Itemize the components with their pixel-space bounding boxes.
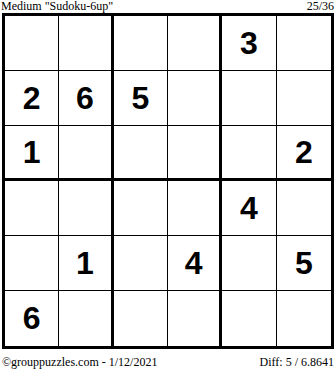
cell-r1c4-empty[interactable] bbox=[168, 16, 222, 71]
cell-r4c4-empty[interactable] bbox=[168, 181, 222, 236]
cell-r2c5-empty[interactable] bbox=[222, 71, 276, 126]
cell-r6c5-empty[interactable] bbox=[222, 291, 276, 346]
header: Medium "Sudoku-6up" 25/36 bbox=[1, 0, 334, 13]
cell-r4c5-given: 4 bbox=[222, 181, 276, 236]
cell-r3c5-empty[interactable] bbox=[222, 126, 276, 181]
copyright-text: ©grouppuzzles.com - 1/12/2021 bbox=[2, 355, 157, 369]
difficulty-text: Diff: 5 / 6.8641 bbox=[260, 355, 334, 369]
cell-r5c6-given: 5 bbox=[277, 236, 331, 291]
cell-r1c6-empty[interactable] bbox=[277, 16, 331, 71]
cell-r4c2-empty[interactable] bbox=[59, 181, 113, 236]
cell-r1c2-empty[interactable] bbox=[59, 16, 113, 71]
sudoku-grid: 32651241456 bbox=[2, 13, 334, 349]
cell-r2c1-given: 2 bbox=[5, 71, 59, 126]
empty-cells-counter: 25/36 bbox=[307, 0, 334, 13]
puzzle-page: Medium "Sudoku-6up" 25/36 32651241456 ©g… bbox=[0, 0, 336, 370]
cell-r4c1-empty[interactable] bbox=[5, 181, 59, 236]
cell-r5c1-empty[interactable] bbox=[5, 236, 59, 291]
cell-r1c3-empty[interactable] bbox=[114, 16, 168, 71]
cell-r1c1-empty[interactable] bbox=[5, 16, 59, 71]
cell-r3c3-empty[interactable] bbox=[114, 126, 168, 181]
cell-r3c4-empty[interactable] bbox=[168, 126, 222, 181]
cell-r2c6-empty[interactable] bbox=[277, 71, 331, 126]
cell-r5c2-given: 1 bbox=[59, 236, 113, 291]
cell-r5c4-given: 4 bbox=[168, 236, 222, 291]
cell-r6c1-given: 6 bbox=[5, 291, 59, 346]
cell-r2c4-empty[interactable] bbox=[168, 71, 222, 126]
cell-r1c5-given: 3 bbox=[222, 16, 276, 71]
cell-r4c6-empty[interactable] bbox=[277, 181, 331, 236]
cell-r6c2-empty[interactable] bbox=[59, 291, 113, 346]
cell-r4c3-empty[interactable] bbox=[114, 181, 168, 236]
cell-r6c6-empty[interactable] bbox=[277, 291, 331, 346]
cell-r2c2-given: 6 bbox=[59, 71, 113, 126]
cell-r3c1-given: 1 bbox=[5, 126, 59, 181]
footer: ©grouppuzzles.com - 1/12/2021 Diff: 5 / … bbox=[2, 354, 334, 369]
cell-r6c4-empty[interactable] bbox=[168, 291, 222, 346]
cell-r6c3-empty[interactable] bbox=[114, 291, 168, 346]
cell-r5c3-empty[interactable] bbox=[114, 236, 168, 291]
cell-r5c5-empty[interactable] bbox=[222, 236, 276, 291]
cell-r2c3-given: 5 bbox=[114, 71, 168, 126]
cell-r3c2-empty[interactable] bbox=[59, 126, 113, 181]
puzzle-title: Medium "Sudoku-6up" bbox=[1, 0, 113, 13]
cell-r3c6-given: 2 bbox=[277, 126, 331, 181]
